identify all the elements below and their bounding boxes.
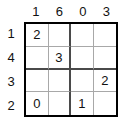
cell-r2-c3[interactable] [71,47,94,70]
column-clue-3: 0 [71,2,95,20]
cell-r2-c2[interactable]: 3 [49,47,72,70]
row-clue-2: 4 [0,46,22,70]
cell-r4-c2[interactable] [49,92,72,115]
cell-r4-c1[interactable]: 0 [26,92,49,115]
row-clue-3: 3 [0,70,22,94]
cell-r1-c4[interactable] [94,24,117,47]
row-clue-4: 2 [0,93,22,117]
cell-r4-c4[interactable] [94,92,117,115]
cell-r3-c1[interactable] [26,70,49,93]
cell-r3-c4[interactable]: 2 [94,70,117,93]
puzzle-stage: 1 6 0 3 1 4 3 2 2 3 2 0 1 [0,0,120,120]
cell-r4-c3[interactable]: 1 [71,92,94,115]
column-clue-1: 1 [24,2,48,20]
row-clue-1: 1 [0,22,22,46]
column-clue-4: 3 [95,2,119,20]
cell-r1-c2[interactable] [49,24,72,47]
cell-r2-c4[interactable] [94,47,117,70]
cell-r3-c3[interactable] [71,70,94,93]
cell-r3-c2[interactable] [49,70,72,93]
cell-r1-c1[interactable]: 2 [26,24,49,47]
cell-r1-c3[interactable] [71,24,94,47]
column-clue-2: 6 [48,2,72,20]
column-clues: 1 6 0 3 [24,2,118,20]
cell-r2-c1[interactable] [26,47,49,70]
puzzle-grid: 2 3 2 0 1 [24,22,118,117]
row-clues: 1 4 3 2 [0,22,22,117]
